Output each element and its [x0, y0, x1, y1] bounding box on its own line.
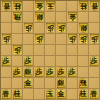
gote-lance-piece[interactable]: 香: [2, 1, 11, 11]
gote-gold-piece[interactable]: 金: [35, 1, 44, 11]
square-7d[interactable]: [23, 34, 34, 45]
sente-silver-piece[interactable]: 銀: [24, 67, 33, 77]
sente-pawn-piece[interactable]: 歩: [68, 67, 77, 77]
square-5a[interactable]: 玉: [45, 1, 56, 12]
sente-gold-piece[interactable]: 金: [24, 78, 33, 88]
square-1e[interactable]: [89, 45, 100, 56]
square-7i[interactable]: [23, 89, 34, 100]
gote-pawn-piece[interactable]: 歩: [2, 34, 11, 44]
square-6i[interactable]: [34, 89, 45, 100]
gote-gold-piece[interactable]: 金: [68, 12, 77, 22]
square-2d[interactable]: 歩: [78, 34, 89, 45]
square-8c[interactable]: [12, 23, 23, 34]
gote-pawn-piece[interactable]: 歩: [68, 34, 77, 44]
gote-pawn-piece[interactable]: 歩: [24, 23, 33, 33]
square-1f[interactable]: 歩: [89, 56, 100, 67]
square-9h[interactable]: [1, 78, 12, 89]
gote-pawn-piece[interactable]: 歩: [90, 34, 99, 44]
square-3d[interactable]: 歩: [67, 34, 78, 45]
square-1d[interactable]: 歩: [89, 34, 100, 45]
square-6c[interactable]: [34, 23, 45, 34]
square-2h[interactable]: 飛: [78, 78, 89, 89]
square-8h[interactable]: [12, 78, 23, 89]
square-9a[interactable]: 香: [1, 1, 12, 12]
gote-knight-piece[interactable]: 桂: [79, 1, 88, 11]
square-3c[interactable]: [67, 23, 78, 34]
sente-king-piece[interactable]: 玉: [46, 89, 55, 99]
square-4a[interactable]: [56, 1, 67, 12]
gote-pawn-piece[interactable]: 歩: [57, 23, 66, 33]
square-9i[interactable]: 香: [1, 89, 12, 100]
square-1c[interactable]: [89, 23, 100, 34]
square-2f[interactable]: [78, 56, 89, 67]
sente-lance-piece[interactable]: 香: [2, 89, 11, 99]
square-3f[interactable]: [67, 56, 78, 67]
square-5c[interactable]: 歩: [45, 23, 56, 34]
square-9b[interactable]: [1, 12, 12, 23]
sente-pawn-piece[interactable]: 歩: [2, 56, 11, 66]
square-6d[interactable]: 歩: [34, 34, 45, 45]
square-9e[interactable]: [1, 45, 12, 56]
sente-pawn-piece[interactable]: 歩: [90, 56, 99, 66]
square-1b[interactable]: [89, 12, 100, 23]
square-1i[interactable]: 香: [89, 89, 100, 100]
gote-lance-piece[interactable]: 香: [90, 1, 99, 11]
square-5h[interactable]: [45, 78, 56, 89]
square-5b[interactable]: [45, 12, 56, 23]
square-6g[interactable]: 歩: [34, 67, 45, 78]
sente-pawn-piece[interactable]: 歩: [13, 67, 22, 77]
square-1h[interactable]: [89, 78, 100, 89]
square-7h[interactable]: 金: [23, 78, 34, 89]
square-3e[interactable]: [67, 45, 78, 56]
square-8b[interactable]: 飛: [12, 12, 23, 23]
square-7f[interactable]: 歩: [23, 56, 34, 67]
square-7a[interactable]: [23, 1, 34, 12]
square-6b[interactable]: 銀: [34, 12, 45, 23]
square-3a[interactable]: [67, 1, 78, 12]
square-1g[interactable]: [89, 67, 100, 78]
square-4b[interactable]: [56, 12, 67, 23]
square-2b[interactable]: [78, 12, 89, 23]
square-4g[interactable]: 歩: [56, 67, 67, 78]
square-8e[interactable]: 歩: [12, 45, 23, 56]
square-5f[interactable]: [45, 56, 56, 67]
sente-silver-piece[interactable]: 銀: [57, 78, 66, 88]
square-2i[interactable]: 桂: [78, 89, 89, 100]
square-9d[interactable]: 歩: [1, 34, 12, 45]
gote-rook-piece[interactable]: 飛: [13, 12, 22, 22]
square-6a[interactable]: 金: [34, 1, 45, 12]
gote-king-piece[interactable]: 玉: [46, 1, 55, 11]
square-5d[interactable]: [45, 34, 56, 45]
square-8a[interactable]: 桂: [12, 1, 23, 12]
square-5e[interactable]: [45, 45, 56, 56]
square-2e[interactable]: [78, 45, 89, 56]
square-3i[interactable]: [67, 89, 78, 100]
square-6h[interactable]: [34, 78, 45, 89]
square-7e[interactable]: [23, 45, 34, 56]
sente-pawn-piece[interactable]: 歩: [57, 67, 66, 77]
square-8f[interactable]: [12, 56, 23, 67]
square-9c[interactable]: [1, 23, 12, 34]
square-8i[interactable]: 桂: [12, 89, 23, 100]
square-7b[interactable]: [23, 12, 34, 23]
square-8d[interactable]: [12, 34, 23, 45]
gote-knight-piece[interactable]: 桂: [13, 1, 22, 11]
square-3g[interactable]: 歩: [67, 67, 78, 78]
square-5i[interactable]: 玉: [45, 89, 56, 100]
square-4e[interactable]: [56, 45, 67, 56]
square-8g[interactable]: 歩: [12, 67, 23, 78]
square-9f[interactable]: 歩: [1, 56, 12, 67]
square-1a[interactable]: 香: [89, 1, 100, 12]
shogi-screenshot: 香桂金玉桂香飛銀金歩歩歩銀歩歩歩歩歩歩歩歩歩歩銀歩歩歩歩金銀飛香桂玉金桂香: [0, 0, 100, 100]
sente-knight-piece[interactable]: 桂: [79, 89, 88, 99]
gote-silver-piece[interactable]: 銀: [79, 23, 88, 33]
square-3h[interactable]: [67, 78, 78, 89]
square-2c[interactable]: 銀: [78, 23, 89, 34]
square-7c[interactable]: 歩: [23, 23, 34, 34]
square-3b[interactable]: 金: [67, 12, 78, 23]
square-4f[interactable]: [56, 56, 67, 67]
sente-lance-piece[interactable]: 香: [90, 89, 99, 99]
square-6e[interactable]: [34, 45, 45, 56]
square-4h[interactable]: 銀: [56, 78, 67, 89]
gote-silver-piece[interactable]: 銀: [35, 12, 44, 22]
sente-gold-piece[interactable]: 金: [57, 89, 66, 99]
sente-knight-piece[interactable]: 桂: [13, 89, 22, 99]
gote-pawn-piece[interactable]: 歩: [35, 34, 44, 44]
square-4i[interactable]: 金: [56, 89, 67, 100]
sente-pawn-piece[interactable]: 歩: [24, 56, 33, 66]
sente-rook-piece[interactable]: 飛: [79, 78, 88, 88]
gote-pawn-piece[interactable]: 歩: [13, 45, 22, 55]
square-9g[interactable]: [1, 67, 12, 78]
square-6f[interactable]: [34, 56, 45, 67]
shogi-board: 香桂金玉桂香飛銀金歩歩歩銀歩歩歩歩歩歩歩歩歩歩銀歩歩歩歩金銀飛香桂玉金桂香: [0, 0, 100, 100]
square-4d[interactable]: [56, 34, 67, 45]
sente-pawn-piece[interactable]: 歩: [46, 67, 55, 77]
square-5g[interactable]: 歩: [45, 67, 56, 78]
square-2g[interactable]: [78, 67, 89, 78]
gote-pawn-piece[interactable]: 歩: [46, 23, 55, 33]
sente-pawn-piece[interactable]: 歩: [35, 67, 44, 77]
square-7g[interactable]: 銀: [23, 67, 34, 78]
square-4c[interactable]: 歩: [56, 23, 67, 34]
square-2a[interactable]: 桂: [78, 1, 89, 12]
gote-pawn-piece[interactable]: 歩: [79, 34, 88, 44]
